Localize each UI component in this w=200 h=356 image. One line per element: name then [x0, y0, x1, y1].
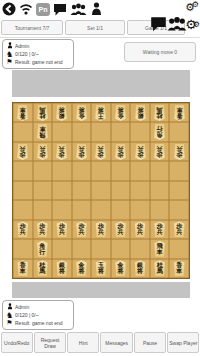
- cell-98[interactable]: [13, 239, 33, 258]
- piece-l[interactable]: 香車: [172, 105, 187, 121]
- cell-21[interactable]: 桂馬: [150, 103, 170, 122]
- gote-piece-stand[interactable]: [12, 70, 190, 97]
- piece-P[interactable]: 歩兵: [172, 221, 187, 237]
- piece-p[interactable]: 歩兵: [74, 144, 89, 160]
- player-result: Result: game not end: [15, 59, 63, 65]
- cell-47[interactable]: 歩兵: [111, 220, 131, 239]
- cell-35[interactable]: [130, 181, 150, 200]
- cell-44[interactable]: [111, 161, 131, 180]
- cell-81[interactable]: 桂馬: [33, 103, 53, 122]
- cell-95[interactable]: [13, 181, 33, 200]
- request-draw-button[interactable]: Request Draw: [34, 332, 66, 353]
- piece-L[interactable]: 香車: [15, 260, 30, 276]
- cell-25[interactable]: [150, 181, 170, 200]
- piece-P[interactable]: 歩兵: [133, 221, 148, 237]
- cell-23[interactable]: 歩兵: [150, 142, 170, 161]
- piece-P[interactable]: 歩兵: [74, 221, 89, 237]
- cell-48[interactable]: [111, 239, 131, 258]
- piece-S[interactable]: 銀将: [54, 260, 69, 276]
- cell-52[interactable]: [91, 122, 111, 141]
- piece-p[interactable]: 歩兵: [152, 144, 167, 160]
- sente-piece-stand[interactable]: [12, 282, 190, 298]
- cell-39[interactable]: 銀将: [130, 259, 150, 278]
- result-flag-icon: ⚑: [6, 319, 13, 327]
- piece-P[interactable]: 歩兵: [15, 221, 30, 237]
- piece-G[interactable]: 金将: [74, 260, 89, 276]
- player-card-top: Admin ♞ 0/120 | 0/~ ⚑ Result: game not e…: [2, 39, 74, 69]
- set-button[interactable]: Set 1/1: [65, 20, 125, 35]
- swap-player-button[interactable]: Swap Player: [167, 332, 199, 353]
- cell-99[interactable]: 香車: [13, 259, 33, 278]
- cell-92[interactable]: [13, 122, 33, 141]
- piece-b[interactable]: 角行: [152, 124, 167, 140]
- piece-P[interactable]: 歩兵: [54, 221, 69, 237]
- cell-88[interactable]: 角行: [33, 239, 53, 258]
- pause-button[interactable]: Pause: [134, 332, 166, 353]
- cell-75[interactable]: [52, 181, 72, 200]
- cell-49[interactable]: 金将: [111, 259, 131, 278]
- cell-96[interactable]: [13, 200, 33, 219]
- piece-p[interactable]: 歩兵: [93, 144, 108, 160]
- cell-82[interactable]: 飛車: [33, 122, 53, 141]
- cell-14[interactable]: [169, 161, 189, 180]
- shogi-app-screen: Pn ⚙⚙ Tournament 7/7 Set 1/1 Game 1/1 ⚙⚙: [0, 0, 200, 356]
- people-icon[interactable]: [70, 3, 87, 16]
- piece-g[interactable]: 金将: [113, 105, 128, 121]
- piece-g[interactable]: 金将: [74, 105, 89, 121]
- cell-89[interactable]: 桂馬: [33, 259, 53, 278]
- cell-55[interactable]: [91, 181, 111, 200]
- waiting-move-button[interactable]: Waiting move 0: [124, 42, 196, 62]
- cell-11[interactable]: 香車: [169, 103, 189, 122]
- player-name: Admin: [15, 304, 29, 310]
- cell-79[interactable]: 銀将: [52, 259, 72, 278]
- player-result: Result: game not end: [15, 320, 63, 326]
- cell-12[interactable]: [169, 122, 189, 141]
- cell-15[interactable]: [169, 181, 189, 200]
- cell-85[interactable]: [33, 181, 53, 200]
- cell-27[interactable]: 歩兵: [150, 220, 170, 239]
- piece-K[interactable]: 玉将: [93, 260, 108, 276]
- cell-93[interactable]: 歩兵: [13, 142, 33, 161]
- cell-19[interactable]: 香車: [169, 259, 189, 278]
- cell-94[interactable]: [13, 161, 33, 180]
- cell-28[interactable]: 飛車: [150, 239, 170, 258]
- piece-N[interactable]: 桂馬: [152, 260, 167, 276]
- cell-63[interactable]: 歩兵: [72, 142, 92, 161]
- cell-83[interactable]: 歩兵: [33, 142, 53, 161]
- player-name: Admin: [15, 43, 29, 49]
- wifi-icon: [19, 3, 33, 15]
- piece-p[interactable]: 歩兵: [15, 144, 30, 160]
- player-time: 0/120 | 0/~: [15, 51, 39, 57]
- pn-logo: Pn: [36, 3, 50, 16]
- piece-r[interactable]: 飛車: [35, 124, 50, 140]
- cell-64[interactable]: [72, 161, 92, 180]
- cell-57[interactable]: 歩兵: [91, 220, 111, 239]
- cell-72[interactable]: [52, 122, 72, 141]
- piece-l[interactable]: 香車: [15, 105, 30, 121]
- piece-G[interactable]: 金将: [113, 260, 128, 276]
- cell-69[interactable]: 金将: [72, 259, 92, 278]
- cell-68[interactable]: [72, 239, 92, 258]
- cell-56[interactable]: [91, 200, 111, 219]
- cell-91[interactable]: 香車: [13, 103, 33, 122]
- cell-33[interactable]: 歩兵: [130, 142, 150, 161]
- toolbar-icons: ⚙⚙: [150, 16, 200, 32]
- cell-84[interactable]: [33, 161, 53, 180]
- cell-16[interactable]: [169, 200, 189, 219]
- cell-66[interactable]: [72, 200, 92, 219]
- gear-icon[interactable]: ⚙: [193, 20, 200, 29]
- cell-67[interactable]: 歩兵: [72, 220, 92, 239]
- cell-13[interactable]: 歩兵: [169, 142, 189, 161]
- cell-78[interactable]: [52, 239, 72, 258]
- cell-31[interactable]: 銀将: [130, 103, 150, 122]
- piece-p[interactable]: 歩兵: [172, 144, 187, 160]
- cell-51[interactable]: 王将: [91, 103, 111, 122]
- piece-p[interactable]: 歩兵: [113, 144, 128, 160]
- messages-button[interactable]: Messages: [100, 332, 132, 353]
- hint-button[interactable]: Hint: [67, 332, 99, 353]
- piece-L[interactable]: 香車: [172, 260, 187, 276]
- piece-B[interactable]: 角行: [35, 241, 50, 257]
- cell-45[interactable]: [111, 181, 131, 200]
- cell-53[interactable]: 歩兵: [91, 142, 111, 161]
- piece-n[interactable]: 桂馬: [35, 105, 50, 121]
- piece-S[interactable]: 銀将: [133, 260, 148, 276]
- cell-59[interactable]: 玉将: [91, 259, 111, 278]
- cell-87[interactable]: 歩兵: [33, 220, 53, 239]
- cell-24[interactable]: [150, 161, 170, 180]
- back-icon[interactable]: [2, 2, 16, 16]
- cell-86[interactable]: [33, 200, 53, 219]
- cell-17[interactable]: 歩兵: [169, 220, 189, 239]
- piece-P[interactable]: 歩兵: [93, 221, 108, 237]
- piece-k[interactable]: 王将: [93, 105, 108, 121]
- cell-32[interactable]: [130, 122, 150, 141]
- cell-74[interactable]: [52, 161, 72, 180]
- cell-76[interactable]: [52, 200, 72, 219]
- settings-gears-icon[interactable]: ⚙⚙: [185, 0, 199, 12]
- cell-34[interactable]: [130, 161, 150, 180]
- cell-97[interactable]: 歩兵: [13, 220, 33, 239]
- chat-icon[interactable]: [53, 3, 67, 16]
- piece-R[interactable]: 飛車: [152, 241, 167, 257]
- piece-n[interactable]: 桂馬: [152, 105, 167, 121]
- cell-22[interactable]: 角行: [150, 122, 170, 141]
- cell-77[interactable]: 歩兵: [52, 220, 72, 239]
- action-bar: Undo/RedoRequest DrawHintMessagesPauseSw…: [0, 332, 200, 353]
- player-card-bottom: Admin ♞ 0/120 | 0/~ ⚑ Result: game not e…: [2, 300, 74, 330]
- piece-p[interactable]: 歩兵: [133, 144, 148, 160]
- cell-38[interactable]: [130, 239, 150, 258]
- chat-icon[interactable]: [150, 16, 167, 32]
- piece-P[interactable]: 歩兵: [152, 221, 167, 237]
- cell-65[interactable]: [72, 181, 92, 200]
- cell-46[interactable]: [111, 200, 131, 219]
- cell-29[interactable]: 桂馬: [150, 259, 170, 278]
- cell-43[interactable]: 歩兵: [111, 142, 131, 161]
- cell-58[interactable]: [91, 239, 111, 258]
- person-icon[interactable]: [90, 2, 103, 16]
- cell-61[interactable]: 金将: [72, 103, 92, 122]
- cell-54[interactable]: [91, 161, 111, 180]
- cell-26[interactable]: [150, 200, 170, 219]
- piece-s[interactable]: 銀将: [133, 105, 148, 121]
- shogi-board[interactable]: 香車桂馬銀将金将王将金将銀将桂馬香車飛車角行歩兵歩兵歩兵歩兵歩兵歩兵歩兵歩兵歩兵…: [12, 102, 190, 279]
- people-icon[interactable]: [167, 16, 187, 32]
- tournament-button[interactable]: Tournament 7/7: [1, 20, 63, 35]
- cell-62[interactable]: [72, 122, 92, 141]
- cell-18[interactable]: [169, 239, 189, 258]
- cell-42[interactable]: [111, 122, 131, 141]
- player-time: 0/120 | 0/~: [15, 312, 39, 318]
- piece-P[interactable]: 歩兵: [35, 221, 50, 237]
- toolbar: Tournament 7/7 Set 1/1 Game 1/1 ⚙⚙: [0, 18, 200, 38]
- piece-P[interactable]: 歩兵: [113, 221, 128, 237]
- piece-p[interactable]: 歩兵: [35, 144, 50, 160]
- cell-41[interactable]: 金将: [111, 103, 131, 122]
- piece-s[interactable]: 銀将: [54, 105, 69, 121]
- undo-redo-button[interactable]: Undo/Redo: [1, 332, 33, 353]
- cell-73[interactable]: 歩兵: [52, 142, 72, 161]
- result-flag-icon: ⚑: [6, 58, 13, 66]
- cell-36[interactable]: [130, 200, 150, 219]
- piece-p[interactable]: 歩兵: [54, 144, 69, 160]
- cell-71[interactable]: 銀将: [52, 103, 72, 122]
- piece-N[interactable]: 桂馬: [35, 260, 50, 276]
- cell-37[interactable]: 歩兵: [130, 220, 150, 239]
